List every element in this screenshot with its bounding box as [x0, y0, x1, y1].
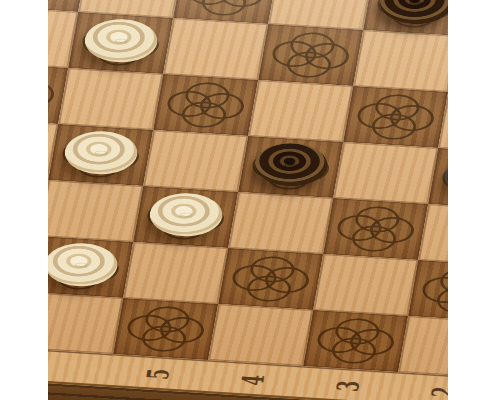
- celtic-knot-rosette-icon: [413, 263, 448, 319]
- light-man-3[interactable]: ⛀: [146, 191, 226, 238]
- celtic-knot-rosette-icon: [263, 27, 358, 83]
- dark-square-engraved[interactable]: [303, 310, 408, 372]
- board-scene: ⛂⛀⛂⛀⛂⛂⛀⛀ 5432: [48, 0, 448, 400]
- carved-border-number: 5: [140, 368, 176, 381]
- celtic-knot-rosette-icon: [48, 0, 83, 9]
- celtic-knot-rosette-icon: [118, 301, 213, 357]
- celtic-knot-rosette-icon: [328, 201, 423, 257]
- dark-man-1[interactable]: ⛂: [376, 0, 448, 26]
- light-square[interactable]: [333, 142, 438, 204]
- carved-border-number: 3: [330, 380, 366, 393]
- checker-glyph: ⛀: [178, 210, 193, 220]
- piece-slot: ⛂: [363, 0, 448, 36]
- light-square[interactable]: [48, 180, 143, 242]
- photo-crop-strip: ⛂⛀⛂⛀⛂⛂⛀⛀ 5432: [48, 0, 448, 400]
- light-man-1[interactable]: ⛀: [81, 17, 161, 64]
- light-square[interactable]: [398, 316, 448, 378]
- piece-slot: ⛀: [68, 12, 173, 74]
- light-square[interactable]: [123, 242, 228, 304]
- flipped-felt-piece[interactable]: ⛂: [441, 153, 448, 200]
- celtic-knot-rosette-icon: [178, 0, 273, 21]
- celtic-knot-rosette-icon: [158, 77, 253, 133]
- light-square[interactable]: [163, 18, 268, 80]
- light-square[interactable]: [228, 192, 333, 254]
- light-square[interactable]: [353, 30, 448, 92]
- dark-square-engraved[interactable]: [258, 24, 363, 86]
- dark-square-engraved[interactable]: [218, 248, 323, 310]
- checker-glyph: ⛀: [73, 260, 88, 270]
- checker-glyph: ⛂: [283, 160, 298, 170]
- dark-man-3[interactable]: ⛂: [251, 141, 331, 188]
- light-square[interactable]: [248, 80, 353, 142]
- celtic-knot-rosette-icon: [223, 251, 318, 307]
- carved-border-number: 2: [425, 386, 448, 399]
- piece-slot: ⛀: [48, 236, 133, 298]
- checker-glyph: ⛀: [93, 148, 108, 158]
- dark-square-engraved[interactable]: [153, 74, 258, 136]
- light-square[interactable]: [48, 292, 123, 354]
- piece-slot: ⛀: [48, 124, 153, 186]
- border-number-cell: 3: [297, 368, 398, 400]
- celtic-knot-rosette-icon: [348, 89, 443, 145]
- light-square[interactable]: [208, 304, 313, 366]
- light-square[interactable]: [58, 68, 163, 130]
- dark-square-engraved[interactable]: [323, 198, 428, 260]
- dark-square-engraved[interactable]: [343, 86, 448, 148]
- dark-square-engraved[interactable]: [113, 298, 218, 360]
- celtic-knot-rosette-icon: [308, 313, 403, 369]
- light-square[interactable]: [143, 130, 248, 192]
- carved-border-number: 4: [235, 374, 271, 387]
- light-man-2[interactable]: ⛀: [61, 129, 141, 176]
- checker-glyph: ⛂: [408, 0, 423, 8]
- piece-slot: ⛀: [133, 186, 238, 248]
- light-square[interactable]: [313, 254, 418, 316]
- photo-canvas: ⛂⛀⛂⛀⛂⛂⛀⛀ 5432: [0, 0, 500, 400]
- border-number-cell: 2: [392, 374, 448, 400]
- light-man-4[interactable]: ⛀: [48, 241, 121, 288]
- checker-glyph: ⛀: [113, 36, 128, 46]
- piece-slot: ⛂: [238, 136, 343, 198]
